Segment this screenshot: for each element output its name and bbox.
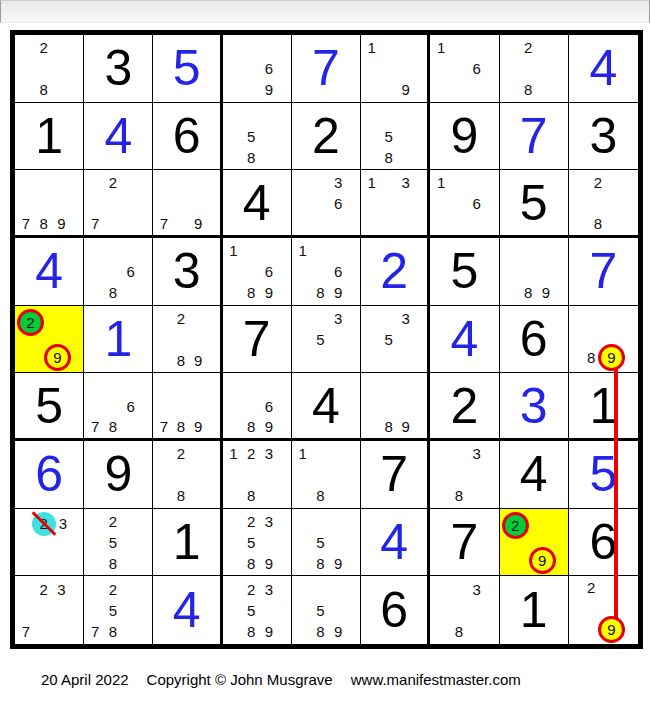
cell-r7c1[interactable]: 6 <box>15 441 84 509</box>
cell-r4c5[interactable]: 1689 <box>292 238 361 306</box>
cell-r5c8[interactable]: 6 <box>500 306 569 374</box>
cell-r7c5[interactable]: 18 <box>292 441 361 509</box>
pencil-slot-4 <box>155 397 172 417</box>
cell-r2c7[interactable]: 9 <box>430 103 499 171</box>
pencil-slot-6: 6 <box>260 59 278 80</box>
cell-r5c3[interactable]: 289 <box>153 306 222 374</box>
pencil-slot-2 <box>380 106 397 127</box>
pencil-slot-7: 7 <box>86 214 104 234</box>
candidate-8: 8 <box>177 352 185 370</box>
cell-r3c3[interactable]: 79 <box>153 170 222 238</box>
pencil-slot-1 <box>502 38 520 59</box>
cell-r5c2[interactable]: 1 <box>84 306 153 374</box>
pencil-slot-3 <box>44 309 71 336</box>
cell-r8c9[interactable]: 6 <box>569 509 638 577</box>
digit-solved: 4 <box>589 43 617 93</box>
cell-r2c9[interactable]: 3 <box>569 103 638 171</box>
pencil-marks: 789 <box>155 376 206 437</box>
pencil-slot-9: 9 <box>260 80 278 101</box>
pencil-slot-5 <box>380 397 397 417</box>
cell-r9c6[interactable]: 6 <box>361 576 430 644</box>
pencil-slot-1 <box>294 579 312 600</box>
cell-r5c1[interactable]: 29 <box>15 306 84 374</box>
cell-r8c2[interactable]: 258 <box>84 509 153 577</box>
pencil-slot-7 <box>225 622 243 643</box>
cell-r2c4[interactable]: 58 <box>223 103 292 171</box>
pencil-slot-7 <box>225 80 243 101</box>
pencil-slot-8 <box>450 214 468 234</box>
cell-r8c1[interactable]: 23 <box>15 509 84 577</box>
pencil-slot-8 <box>242 80 260 101</box>
cell-r9c5[interactable]: 589 <box>292 576 361 644</box>
pencil-slot-2 <box>380 376 397 396</box>
candidate-8: 8 <box>109 555 117 573</box>
candidate-5: 5 <box>316 534 324 552</box>
pencil-slot-3: 3 <box>260 444 278 465</box>
candidate-3: 3 <box>265 445 273 463</box>
pencil-slot-1 <box>86 173 104 193</box>
pencil-slot-7 <box>294 553 312 574</box>
candidate-1: 1 <box>367 174 375 192</box>
pencil-slot-7 <box>86 283 104 304</box>
pencil-slot-8 <box>173 214 190 234</box>
candidate-7: 7 <box>91 418 99 436</box>
cell-r3c7[interactable]: 16 <box>430 170 499 238</box>
pencil-slot-8: 8 <box>104 553 122 574</box>
pencil-slot-9: 9 <box>537 283 555 304</box>
candidate-digit: 3 <box>334 310 342 327</box>
cell-r3c6[interactable]: 13 <box>361 170 430 238</box>
pencil-marks: 27 <box>86 173 139 234</box>
candidate-digit: 1 <box>299 445 307 462</box>
pencil-slot-3: 3 <box>329 309 347 330</box>
pencil-slot-9: 9 <box>260 553 278 574</box>
cell-r4c4[interactable]: 1689 <box>223 238 292 306</box>
cell-r1c7[interactable]: 16 <box>430 35 499 103</box>
pencil-slot-5 <box>32 536 56 555</box>
pencil-slot-8: 8 <box>35 214 53 234</box>
candidate-digit: 8 <box>109 555 117 572</box>
cell-r7c9[interactable]: 5 <box>569 441 638 509</box>
pencil-slot-7 <box>571 214 589 234</box>
cell-r9c9[interactable]: 29 <box>569 576 638 644</box>
candidate-8: 8 <box>109 418 117 436</box>
pencil-slot-9: 9 <box>397 417 414 437</box>
candidate-digit: 6 <box>265 60 273 77</box>
pencil-slot-1: 1 <box>294 444 312 465</box>
pencil-slot-3 <box>329 579 347 600</box>
cell-r9c8[interactable]: 1 <box>500 576 569 644</box>
pencil-slot-1 <box>571 173 589 193</box>
pencil-slot-6 <box>537 262 555 283</box>
candidate-9: 9 <box>265 284 273 302</box>
pencil-marks: 89 <box>363 376 414 437</box>
pencil-marks: 19 <box>363 38 414 101</box>
pencil-slot-9 <box>56 555 71 574</box>
cell-r5c7[interactable]: 4 <box>430 306 499 374</box>
candidate-digit: 3 <box>265 581 273 598</box>
cell-r5c6[interactable]: 35 <box>361 306 430 374</box>
candidate-digit: 8 <box>247 418 255 435</box>
cell-r7c2[interactable]: 9 <box>84 441 153 509</box>
pencil-slot-6 <box>468 465 486 486</box>
cell-r1c2[interactable]: 3 <box>84 35 153 103</box>
cell-r9c3[interactable]: 4 <box>153 576 222 644</box>
cell-r6c3[interactable]: 789 <box>153 373 222 441</box>
pencil-marks: 29 <box>17 309 70 372</box>
pencil-slot-9 <box>607 214 625 234</box>
pencil-marks: 89 <box>502 241 555 304</box>
pencil-slot-5 <box>242 397 260 417</box>
pencil-slot-6: 6 <box>122 397 140 417</box>
footer-copyright: Copyright © John Musgrave <box>147 671 333 688</box>
pencil-slot-5 <box>450 59 468 80</box>
candidate-digit: 8 <box>39 81 47 98</box>
pencil-slot-9: 9 <box>329 283 347 304</box>
pencil-marks: 79 <box>155 173 206 234</box>
digit-solved: 2 <box>380 246 408 296</box>
cell-r4c3[interactable]: 3 <box>153 238 222 306</box>
cell-r9c2[interactable]: 2578 <box>84 576 153 644</box>
pencil-slot-7 <box>225 147 243 168</box>
cell-r4c9[interactable]: 7 <box>569 238 638 306</box>
candidate-digit: 9 <box>542 284 550 301</box>
candidate-digit: 2 <box>109 174 117 191</box>
digit-given: 5 <box>451 246 479 296</box>
candidate-9: 9 <box>265 418 273 436</box>
cell-r8c4[interactable]: 23589 <box>223 509 292 577</box>
candidate-3: 3 <box>473 445 481 463</box>
cell-r8c8[interactable]: 29 <box>500 509 569 577</box>
pencil-slot-5 <box>242 59 260 80</box>
pencil-slot-5: 5 <box>312 330 330 351</box>
pencil-slot-9 <box>122 553 140 574</box>
digit-given: 3 <box>589 111 617 161</box>
pencil-slot-5 <box>312 262 330 283</box>
candidate-9: 9 <box>542 284 550 302</box>
pencil-slot-8: 8 <box>104 622 122 643</box>
candidate-digit: 7 <box>91 215 99 232</box>
cell-r2c8[interactable]: 7 <box>500 103 569 171</box>
candidate-digit: 7 <box>160 418 168 435</box>
pencil-slot-9: 9 <box>598 344 625 371</box>
pencil-slot-8: 8 <box>242 553 260 574</box>
candidate-digit: 5 <box>247 128 255 145</box>
cell-r1c3[interactable]: 5 <box>153 35 222 103</box>
cell-r2c2[interactable]: 4 <box>84 103 153 171</box>
cell-r7c8[interactable]: 4 <box>500 441 569 509</box>
pencil-slot-4 <box>225 533 243 554</box>
pencil-slot-1: 1 <box>363 38 380 59</box>
candidate-digit: 9 <box>402 81 410 98</box>
cell-r3c4[interactable]: 4 <box>223 170 292 238</box>
cell-r8c7[interactable]: 7 <box>430 509 499 577</box>
pencil-slot-5 <box>450 194 468 214</box>
cell-r2c1[interactable]: 1 <box>15 103 84 171</box>
candidate-8: 8 <box>316 284 324 302</box>
pencil-slot-9 <box>397 350 414 371</box>
pencil-slot-6 <box>607 194 625 214</box>
pencil-slot-7 <box>294 622 312 643</box>
candidate-digit: 5 <box>385 331 393 348</box>
candidate-digit: 8 <box>247 555 255 572</box>
cell-r4c6[interactable]: 2 <box>361 238 430 306</box>
cell-r1c1[interactable]: 28 <box>15 35 84 103</box>
candidate-8: 8 <box>247 623 255 641</box>
pencil-marks: 38 <box>432 579 485 643</box>
pencil-slot-8 <box>35 622 53 643</box>
candidate-digit: 7 <box>91 623 99 640</box>
candidate-digit: 9 <box>194 352 202 369</box>
pencil-slot-5 <box>35 194 53 214</box>
pencil-slot-8: 8 <box>242 283 260 304</box>
pencil-marks: 35 <box>363 309 414 372</box>
pencil-marks: 678 <box>86 376 139 437</box>
pencil-slot-6: 6 <box>468 194 486 214</box>
cell-r1c8[interactable]: 28 <box>500 35 569 103</box>
pencil-slot-8 <box>32 555 56 574</box>
cell-r4c1[interactable]: 4 <box>15 238 84 306</box>
candidate-digit: 8 <box>316 284 324 301</box>
pencil-slot-8: 8 <box>312 622 330 643</box>
cell-r9c7[interactable]: 38 <box>430 576 499 644</box>
pencil-slot-8 <box>380 80 397 101</box>
pencil-slot-9: 9 <box>260 417 278 437</box>
pencil-slot-5 <box>502 539 529 548</box>
pencil-slot-4 <box>225 465 243 486</box>
pencil-slot-6 <box>44 336 71 345</box>
cell-r4c7[interactable]: 5 <box>430 238 499 306</box>
cell-r5c5[interactable]: 35 <box>292 306 361 374</box>
cell-r6c7[interactable]: 2 <box>430 373 499 441</box>
cell-r7c4[interactable]: 1238 <box>223 441 292 509</box>
pencil-slot-5 <box>450 465 468 486</box>
cell-r8c3[interactable]: 1 <box>153 509 222 577</box>
pencil-slot-4 <box>225 59 243 80</box>
pencil-slot-7: 7 <box>155 214 172 234</box>
cell-r6c8[interactable]: 3 <box>500 373 569 441</box>
pencil-slot-8 <box>17 344 44 371</box>
pencil-slot-5 <box>589 194 607 214</box>
cell-r9c4[interactable]: 23589 <box>223 576 292 644</box>
pencil-slot-7 <box>432 80 450 101</box>
pencil-slot-1: 1 <box>225 444 243 465</box>
cell-r2c6[interactable]: 58 <box>361 103 430 171</box>
candidate-8: 8 <box>39 81 47 99</box>
pencil-slot-6 <box>190 194 207 214</box>
pencil-slot-7 <box>363 350 380 371</box>
pencil-slot-2 <box>380 309 397 330</box>
candidate-9: 9 <box>57 215 65 233</box>
cell-r3c5[interactable]: 36 <box>292 170 361 238</box>
pencil-slot-6 <box>122 533 140 554</box>
candidate-1: 1 <box>437 39 445 57</box>
pencil-slot-8 <box>312 214 330 234</box>
candidate-digit: 6 <box>126 398 134 415</box>
candidate-digit: 9 <box>607 622 615 637</box>
candidate-2: 2 <box>247 445 255 463</box>
pencil-slot-9 <box>260 147 278 168</box>
candidate-8: 8 <box>455 623 463 641</box>
pencil-slot-7 <box>225 486 243 507</box>
cell-r1c4[interactable]: 69 <box>223 35 292 103</box>
cell-r7c6[interactable]: 7 <box>361 441 430 509</box>
candidate-digit: 8 <box>109 418 117 435</box>
pencil-slot-1 <box>155 309 172 330</box>
pencil-slot-3 <box>122 376 140 396</box>
cell-r1c6[interactable]: 19 <box>361 35 430 103</box>
cell-r2c3[interactable]: 6 <box>153 103 222 171</box>
pencil-slot-2 <box>104 376 122 396</box>
pencil-slot-9 <box>52 622 70 643</box>
cell-r6c9[interactable]: 1 <box>569 373 638 441</box>
pencil-slot-1: 1 <box>363 173 380 193</box>
cell-r1c5[interactable]: 7 <box>292 35 361 103</box>
pencil-slot-2 <box>35 173 53 193</box>
pencil-slot-1 <box>225 376 243 396</box>
candidate-digit: 9 <box>334 555 342 572</box>
candidate-digit: 8 <box>316 623 324 640</box>
pencil-marks: 18 <box>294 444 347 507</box>
candidate-digit: 3 <box>473 445 481 462</box>
pencil-slot-8: 8 <box>584 344 598 371</box>
pencil-slot-8 <box>502 547 529 574</box>
pencil-slot-4 <box>17 59 35 80</box>
cell-r5c4[interactable]: 7 <box>223 306 292 374</box>
pencil-slot-8: 8 <box>242 622 260 643</box>
candidate-digit: 3 <box>265 445 273 462</box>
pencil-slot-6 <box>329 601 347 622</box>
pencil-marks: 28 <box>155 444 206 507</box>
pencil-slot-6 <box>329 533 347 554</box>
pencil-slot-8: 8 <box>450 622 468 643</box>
pencil-slot-6 <box>397 127 414 148</box>
candidate-digit: 9 <box>265 418 273 435</box>
pencil-slot-3 <box>468 38 486 59</box>
candidate-5: 5 <box>109 602 117 620</box>
candidate-2: 2 <box>109 513 117 531</box>
cell-r5c9[interactable]: 89 <box>569 306 638 374</box>
pencil-slot-3: 3 <box>52 579 70 600</box>
pencil-slot-1 <box>86 376 104 396</box>
pencil-slot-7 <box>363 214 380 234</box>
pencil-slot-6: 6 <box>329 194 347 214</box>
cell-r6c5[interactable]: 4 <box>292 373 361 441</box>
cell-r9c1[interactable]: 237 <box>15 576 84 644</box>
pencil-marks: 23589 <box>225 579 278 643</box>
candidate-3: 3 <box>265 581 273 599</box>
cell-r6c1[interactable]: 5 <box>15 373 84 441</box>
candidate-6: 6 <box>265 398 273 416</box>
pencil-slot-2: 2 <box>35 579 53 600</box>
cell-r6c6[interactable]: 89 <box>361 373 430 441</box>
candidate-digit: 5 <box>247 602 255 619</box>
pencil-slot-3 <box>329 444 347 465</box>
candidate-8: 8 <box>524 284 532 302</box>
pencil-slot-9 <box>122 622 140 643</box>
pencil-slot-6 <box>397 194 414 214</box>
pencil-slot-1 <box>571 579 585 597</box>
pencil-slot-4 <box>502 59 520 80</box>
cell-r7c3[interactable]: 28 <box>153 441 222 509</box>
candidate-digit: 3 <box>334 174 342 191</box>
cell-r3c9[interactable]: 28 <box>569 170 638 238</box>
pencil-slot-5 <box>584 598 598 616</box>
pencil-slot-6 <box>329 465 347 486</box>
cell-r4c2[interactable]: 68 <box>84 238 153 306</box>
cell-r8c6[interactable]: 4 <box>361 509 430 577</box>
pencil-slot-4 <box>17 194 35 214</box>
pencil-slot-2: 2 <box>17 309 44 336</box>
candidate-9-yellow-circle: 9 <box>598 344 625 371</box>
pencil-slot-5 <box>242 465 260 486</box>
pencil-slot-9: 9 <box>598 616 625 643</box>
pencil-slot-7 <box>155 350 172 371</box>
cell-r2c5[interactable]: 2 <box>292 103 361 171</box>
pencil-slot-9 <box>468 622 486 643</box>
candidate-9-red-ring: 9 <box>44 344 71 371</box>
pencil-slot-2 <box>450 444 468 465</box>
candidate-digit: 6 <box>473 60 481 77</box>
pencil-slot-4 <box>294 465 312 486</box>
pencil-slot-4 <box>432 59 450 80</box>
pencil-slot-9 <box>468 486 486 507</box>
cell-r1c9[interactable]: 4 <box>569 35 638 103</box>
pencil-slot-4 <box>571 326 585 344</box>
pencil-marks: 13 <box>363 173 414 234</box>
pencil-slot-9 <box>260 486 278 507</box>
pencil-marks: 28 <box>502 38 555 101</box>
pencil-slot-2 <box>450 38 468 59</box>
pencil-slot-4 <box>571 598 585 616</box>
candidate-8: 8 <box>587 349 595 367</box>
footer-website[interactable]: www.manifestmaster.com <box>351 671 521 688</box>
cell-r3c2[interactable]: 27 <box>84 170 153 238</box>
cell-r7c7[interactable]: 38 <box>430 441 499 509</box>
pencil-slot-2: 2 <box>173 444 190 465</box>
candidate-digit: 3 <box>265 513 273 530</box>
pencil-slot-8: 8 <box>104 283 122 304</box>
candidate-digit: 9 <box>265 623 273 640</box>
pencil-slot-2: 2 <box>242 512 260 533</box>
pencil-slot-1: 1 <box>294 241 312 262</box>
pencil-slot-9: 9 <box>190 350 207 371</box>
pencil-slot-7 <box>363 147 380 168</box>
candidate-9-red-ring: 9 <box>529 547 556 574</box>
pencil-slot-2 <box>584 309 598 327</box>
pencil-slot-7 <box>571 616 585 643</box>
pencil-slot-5 <box>312 194 330 214</box>
pencil-slot-4 <box>363 397 380 417</box>
pencil-slot-7 <box>363 80 380 101</box>
cell-r8c5[interactable]: 589 <box>292 509 361 577</box>
pencil-slot-5: 5 <box>242 127 260 148</box>
cell-r4c8[interactable]: 89 <box>500 238 569 306</box>
candidate-digit: 2 <box>177 445 185 462</box>
pencil-slot-3: 3 <box>56 512 71 536</box>
pencil-marks: 589 <box>294 579 347 643</box>
candidate-8: 8 <box>39 215 47 233</box>
cell-r3c8[interactable]: 5 <box>500 170 569 238</box>
cell-r6c4[interactable]: 689 <box>223 373 292 441</box>
pencil-slot-1 <box>432 579 450 600</box>
cell-r3c1[interactable]: 789 <box>15 170 84 238</box>
candidate-digit: 6 <box>334 263 342 280</box>
pencil-slot-4 <box>294 601 312 622</box>
cell-r6c2[interactable]: 678 <box>84 373 153 441</box>
pencil-marks: 29 <box>502 512 555 575</box>
pencil-slot-5 <box>450 601 468 622</box>
